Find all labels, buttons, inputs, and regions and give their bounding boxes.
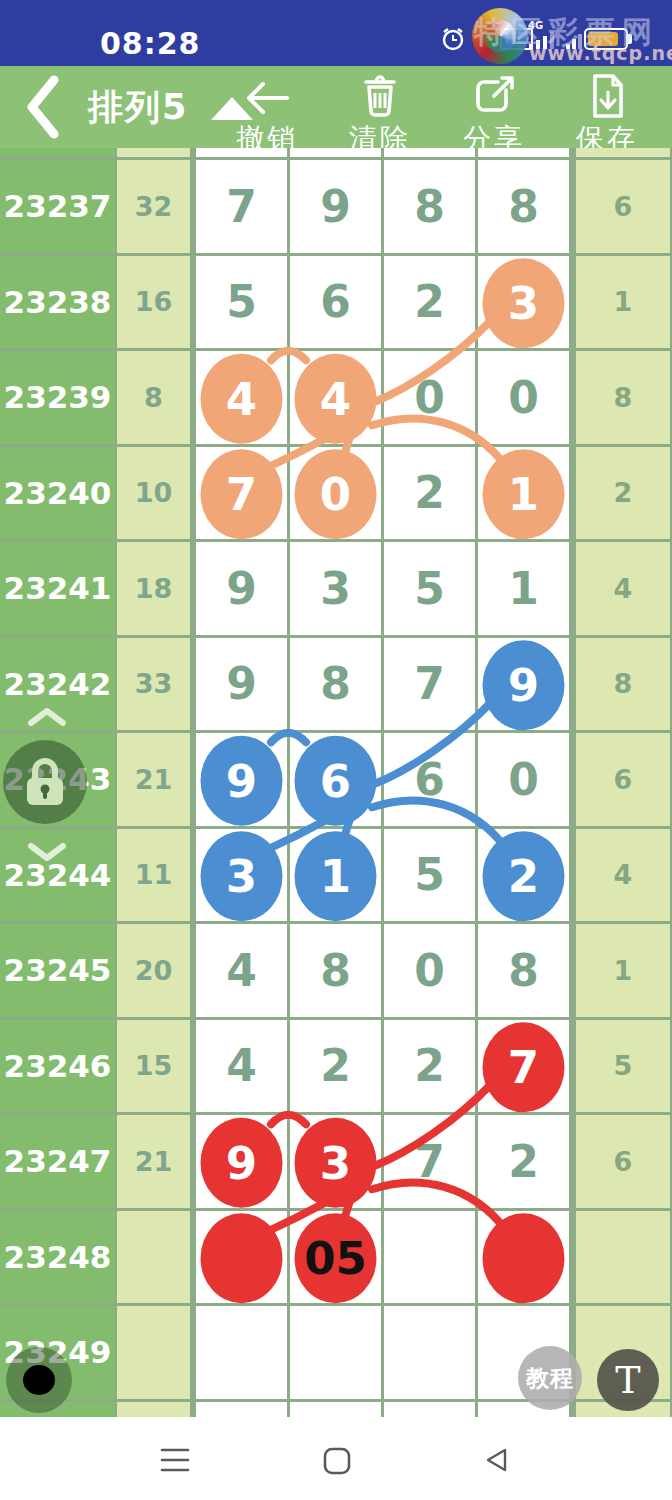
digit-cell: 9 [290, 160, 381, 253]
last-digit-cell: 6 [576, 733, 670, 826]
digit-cell [196, 148, 287, 157]
digit-cell: 3 [196, 829, 287, 922]
toolbar: 排列5 撤销 清除 分享 [0, 66, 672, 148]
padlock-icon [22, 757, 68, 807]
chart-row-23245: 232452048081 [0, 924, 672, 1020]
digit-cell: 9 [196, 542, 287, 635]
status-bar: 08:28 HD 4G 特区彩票网 www.tqcp.net [0, 0, 672, 66]
digit-cell [384, 1306, 475, 1399]
chart-row-23243: 232432196606 [0, 733, 672, 829]
last-digit-cell [576, 1211, 670, 1304]
digit-cell: 5 [384, 829, 475, 922]
app-screen: 08:28 HD 4G 特区彩票网 www.tqcp.net 排列5 [0, 0, 672, 1500]
chart-row-23240: 232401070212 [0, 447, 672, 543]
digit-cell: 2 [478, 829, 569, 922]
digit-cell: 7 [384, 638, 475, 731]
digit-cell [196, 1211, 287, 1304]
digit-cell [478, 1211, 569, 1304]
digit-cell: 2 [384, 447, 475, 540]
scroll-up-chevron[interactable] [28, 707, 66, 727]
digit-cell [196, 1306, 287, 1399]
period-cell: 23238 [0, 256, 115, 349]
digit-cell: 7 [196, 447, 287, 540]
digit-cell: 5 [384, 542, 475, 635]
android-nav-bar [0, 1417, 672, 1500]
digit-cell: 8 [478, 160, 569, 253]
chart-row-23247: 232472193726 [0, 1115, 672, 1211]
digit-cell: 9 [196, 733, 287, 826]
chart-row-23237: 232373279886 [0, 160, 672, 256]
clear-button[interactable]: 清除 [335, 68, 425, 148]
save-button[interactable]: 保存 [562, 68, 652, 148]
digit-cell: 0 [478, 351, 569, 444]
digit-cell: 7 [384, 1115, 475, 1208]
alarm-clock-icon [440, 26, 466, 52]
digit-cell [290, 1211, 381, 1304]
digit-cell [478, 148, 569, 157]
digit-cell [290, 1306, 381, 1399]
digit-cell: 4 [196, 351, 287, 444]
digit-cell: 4 [290, 351, 381, 444]
digit-cell: 4 [196, 924, 287, 1017]
home-button[interactable] [323, 1447, 351, 1475]
digit-cell: 7 [196, 160, 287, 253]
page-title[interactable]: 排列5 [88, 84, 188, 131]
period-cell: 23239 [0, 351, 115, 444]
share-icon [466, 72, 522, 120]
digit-cell: 8 [384, 160, 475, 253]
back-button[interactable] [18, 72, 66, 142]
last-digit-cell: 4 [576, 542, 670, 635]
save-file-icon [579, 72, 635, 120]
digit-cell: 8 [478, 924, 569, 1017]
sum-cell: 10 [117, 447, 190, 540]
chart-row-23244: 232441131524 [0, 829, 672, 925]
digit-cell: 2 [384, 256, 475, 349]
digit-cell: 0 [384, 924, 475, 1017]
digit-cell [290, 1402, 381, 1417]
digit-cell: 0 [290, 447, 381, 540]
digit-cell [290, 148, 381, 157]
text-tool-button[interactable]: T [597, 1349, 659, 1411]
digit-cell: 1 [478, 542, 569, 635]
sum-cell [117, 1211, 190, 1304]
chart-row-partial [0, 148, 672, 160]
current-color-swatch [23, 1365, 55, 1395]
lock-button[interactable] [3, 740, 87, 824]
digit-cell: 2 [290, 1020, 381, 1113]
digit-cell: 0 [384, 351, 475, 444]
period-cell: 23240 [0, 447, 115, 540]
share-button[interactable]: 分享 [449, 68, 539, 148]
chart-row-23241: 232411893514 [0, 542, 672, 638]
digit-cell [196, 1402, 287, 1417]
digit-cell: 9 [196, 638, 287, 731]
trash-icon [352, 72, 408, 120]
last-digit-cell: 6 [576, 160, 670, 253]
chart-row-partial [0, 1402, 672, 1417]
last-digit-cell: 1 [576, 256, 670, 349]
digit-cell: 2 [384, 1020, 475, 1113]
chart-row-23242: 232423398798 [0, 638, 672, 734]
digit-cell: 0 [478, 733, 569, 826]
period-cell: 23245 [0, 924, 115, 1017]
digit-cell: 6 [384, 733, 475, 826]
digit-cell: 9 [196, 1115, 287, 1208]
digit-cell: 2 [478, 1115, 569, 1208]
sum-cell: 21 [117, 733, 190, 826]
digit-cell: 7 [478, 1020, 569, 1113]
watermark-url: www.tqcp.net [529, 42, 672, 64]
digit-cell: 6 [290, 256, 381, 349]
digit-cell [384, 1402, 475, 1417]
sum-cell: 8 [117, 351, 190, 444]
chart-row-23238: 232381656231 [0, 256, 672, 352]
period-cell: 23241 [0, 542, 115, 635]
period-cell: 23246 [0, 1020, 115, 1113]
sum-cell: 33 [117, 638, 190, 731]
status-time: 08:28 [100, 26, 201, 61]
sum-cell: 15 [117, 1020, 190, 1113]
period-cell: 23248 [0, 1211, 115, 1304]
sum-cell [117, 1402, 190, 1417]
digit-cell: 8 [290, 924, 381, 1017]
sum-cell: 20 [117, 924, 190, 1017]
last-digit-cell: 4 [576, 829, 670, 922]
chart-row-23248: 23248 [0, 1211, 672, 1307]
sum-cell: 16 [117, 256, 190, 349]
digit-cell: 9 [478, 638, 569, 731]
digit-cell [384, 1211, 475, 1304]
sum-cell: 32 [117, 160, 190, 253]
digit-cell: 3 [290, 1115, 381, 1208]
digit-cell: 4 [196, 1020, 287, 1113]
pen-color-button[interactable] [6, 1347, 72, 1413]
digit-cell: 5 [196, 256, 287, 349]
digit-cell: 6 [290, 733, 381, 826]
last-digit-cell: 8 [576, 638, 670, 731]
sum-cell [117, 148, 190, 157]
last-digit-cell: 5 [576, 1020, 670, 1113]
tutorial-button[interactable]: 教程 [518, 1346, 582, 1410]
trend-chart[interactable]: 2323732798862323816562312323984400823240… [0, 148, 672, 1417]
last-digit-cell: 6 [576, 1115, 670, 1208]
period-cell [0, 148, 115, 157]
digit-cell: 3 [290, 542, 381, 635]
sum-cell: 21 [117, 1115, 190, 1208]
last-digit-cell [576, 148, 670, 157]
sum-cell: 18 [117, 542, 190, 635]
scroll-down-chevron[interactable] [28, 842, 66, 862]
digit-cell: 3 [478, 256, 569, 349]
last-digit-cell: 2 [576, 447, 670, 540]
last-digit-cell: 8 [576, 351, 670, 444]
sum-cell: 11 [117, 829, 190, 922]
period-cell: 23247 [0, 1115, 115, 1208]
digit-cell [384, 148, 475, 157]
sum-cell [117, 1306, 190, 1399]
undo-button[interactable]: 撤销 [222, 68, 312, 148]
digit-cell: 1 [478, 447, 569, 540]
last-digit-cell: 1 [576, 924, 670, 1017]
chart-row-23239: 23239844008 [0, 351, 672, 447]
digit-cell: 8 [290, 638, 381, 731]
digit-cell: 1 [290, 829, 381, 922]
recent-apps-button[interactable] [160, 1447, 190, 1473]
chart-row-23246: 232461542275 [0, 1020, 672, 1116]
period-cell: 23237 [0, 160, 115, 253]
undo-arrow-icon [239, 72, 295, 120]
back-nav-button[interactable] [483, 1447, 509, 1473]
